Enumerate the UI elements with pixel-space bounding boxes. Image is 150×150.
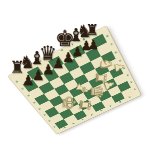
board-grid	[17, 34, 134, 129]
chess-set-photo: abcdefgh abcdefgh 87654321 87654321 ♜♞♝♚…	[0, 0, 150, 150]
chess-board: abcdefgh abcdefgh 87654321 87654321	[8, 26, 141, 134]
